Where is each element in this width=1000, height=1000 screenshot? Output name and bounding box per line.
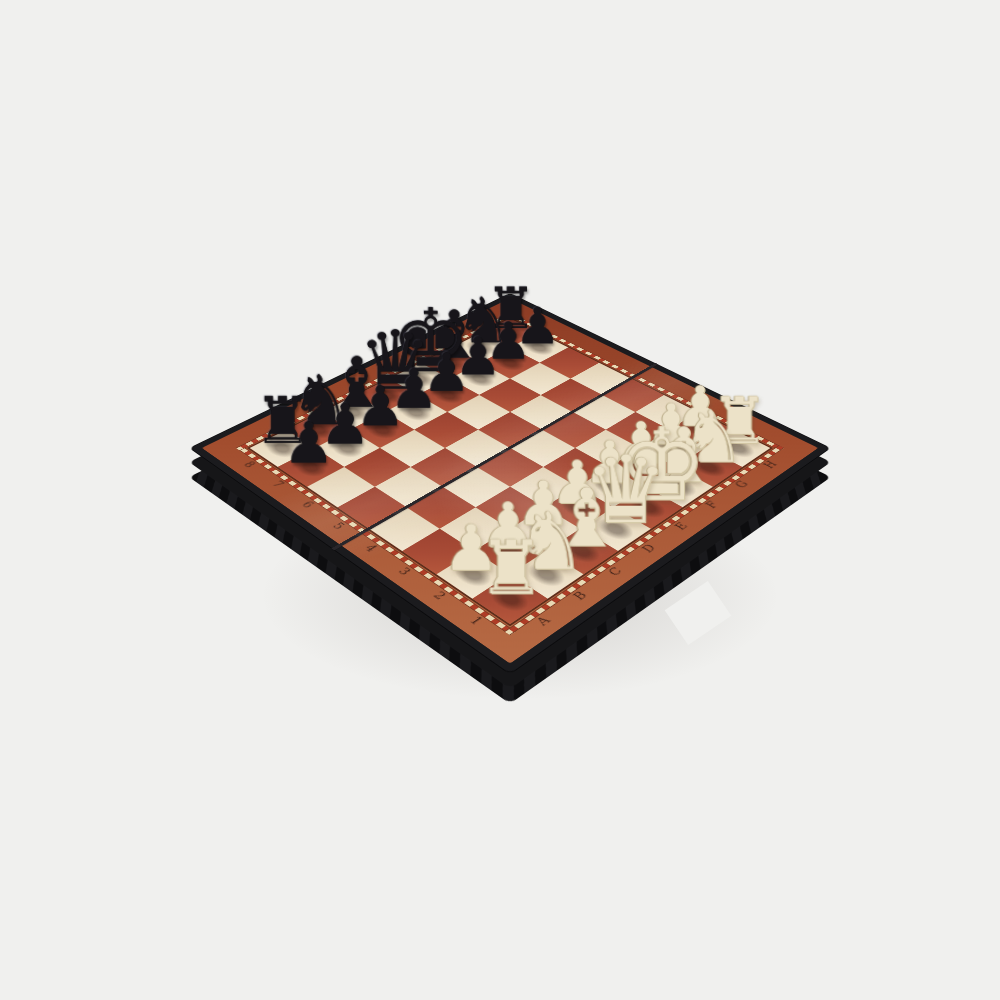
black-pawn-a7: ♟: [283, 417, 330, 470]
white-rook-a1: ♜: [478, 534, 531, 602]
product-photo-stage: ♜♟♟♜♞♟♟♞♝♟♟♝♚♟♟♚♛♟♟♛♝♟♟♝♞♟♟♞♜♟♟♜ ABCDEFG…: [0, 0, 1000, 1000]
